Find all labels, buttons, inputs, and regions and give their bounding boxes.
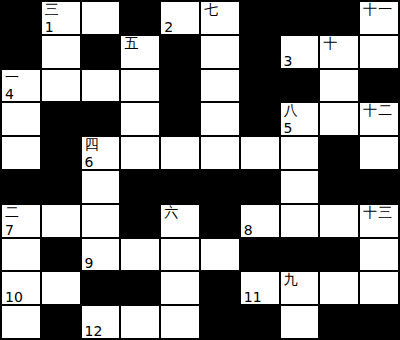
across-clue-number: 2 [164, 20, 173, 34]
cell-r4-c5[interactable] [201, 137, 239, 169]
cell-r8-c4[interactable] [161, 272, 199, 304]
cell-r0-c2[interactable] [82, 2, 120, 34]
block-cell-r0-c8 [320, 2, 358, 34]
down-clue-number: 二 [5, 205, 20, 220]
cell-r6-c1[interactable] [42, 205, 80, 237]
across-clue-number: 4 [5, 87, 14, 101]
block-cell-r5-c9 [360, 171, 398, 203]
cell-r1-c5[interactable] [201, 36, 239, 68]
cell-r8-c1[interactable] [42, 272, 80, 304]
block-cell-r8-c3 [121, 272, 159, 304]
block-cell-r3-c2 [82, 103, 120, 135]
block-cell-r9-c6 [241, 306, 279, 338]
cell-r3-c9[interactable]: 十二 [360, 103, 398, 135]
down-clue-number: 十三 [363, 205, 393, 220]
cell-r4-c2[interactable]: 四6 [82, 137, 120, 169]
cell-r7-c2[interactable]: 9 [82, 239, 120, 271]
block-cell-r5-c1 [42, 171, 80, 203]
cell-r9-c2[interactable]: 12 [82, 306, 120, 338]
across-clue-number: 5 [284, 121, 293, 135]
cell-r3-c0[interactable] [2, 103, 40, 135]
cell-r3-c5[interactable] [201, 103, 239, 135]
block-cell-r9-c1 [42, 306, 80, 338]
block-cell-r0-c0 [2, 2, 40, 34]
across-clue-number: 6 [85, 155, 94, 169]
cell-r8-c6[interactable]: 11 [241, 272, 279, 304]
block-cell-r0-c7 [281, 2, 319, 34]
across-clue-number: 12 [85, 324, 103, 338]
cell-r2-c2[interactable] [82, 70, 120, 102]
block-cell-r9-c9 [360, 306, 398, 338]
cell-r6-c9[interactable]: 十三 [360, 205, 398, 237]
across-clue-number: 1 [45, 20, 54, 34]
down-clue-number: 五 [124, 36, 139, 51]
block-cell-r9-c8 [320, 306, 358, 338]
block-cell-r2-c6 [241, 70, 279, 102]
block-cell-r2-c9 [360, 70, 398, 102]
down-clue-number: 四 [85, 137, 100, 152]
block-cell-r5-c8 [320, 171, 358, 203]
cell-r3-c7[interactable]: 八5 [281, 103, 319, 135]
cell-r1-c9[interactable] [360, 36, 398, 68]
cell-r2-c8[interactable] [320, 70, 358, 102]
cell-r6-c0[interactable]: 二7 [2, 205, 40, 237]
cell-r6-c8[interactable] [320, 205, 358, 237]
cell-r6-c2[interactable] [82, 205, 120, 237]
cell-r3-c3[interactable] [121, 103, 159, 135]
cell-r0-c5[interactable]: 七 [201, 2, 239, 34]
cell-r0-c9[interactable]: 十一 [360, 2, 398, 34]
cell-r2-c1[interactable] [42, 70, 80, 102]
block-cell-r4-c1 [42, 137, 80, 169]
cell-r4-c0[interactable] [2, 137, 40, 169]
cell-r8-c0[interactable]: 10 [2, 272, 40, 304]
crossword-board: 三12七十一五3十一4八5十二四6二7六8十三91011九12 [0, 0, 400, 340]
block-cell-r5-c5 [201, 171, 239, 203]
cell-r5-c2[interactable] [82, 171, 120, 203]
cell-r8-c8[interactable] [320, 272, 358, 304]
cell-r9-c3[interactable] [121, 306, 159, 338]
cell-r9-c4[interactable] [161, 306, 199, 338]
cell-r9-c0[interactable] [2, 306, 40, 338]
cell-r1-c8[interactable]: 十 [320, 36, 358, 68]
block-cell-r1-c0 [2, 36, 40, 68]
cell-r7-c3[interactable] [121, 239, 159, 271]
block-cell-r5-c3 [121, 171, 159, 203]
block-cell-r7-c7 [281, 239, 319, 271]
down-clue-number: 九 [284, 272, 299, 287]
down-clue-number: 六 [164, 205, 179, 220]
across-clue-number: 9 [85, 256, 94, 270]
cell-r7-c0[interactable] [2, 239, 40, 271]
cell-r8-c7[interactable]: 九 [281, 272, 319, 304]
cell-r2-c0[interactable]: 一4 [2, 70, 40, 102]
block-cell-r7-c1 [42, 239, 80, 271]
down-clue-number: 七 [204, 2, 219, 17]
block-cell-r2-c4 [161, 70, 199, 102]
cell-r7-c9[interactable] [360, 239, 398, 271]
block-cell-r1-c6 [241, 36, 279, 68]
cell-r4-c7[interactable] [281, 137, 319, 169]
cell-r1-c3[interactable]: 五 [121, 36, 159, 68]
block-cell-r1-c4 [161, 36, 199, 68]
across-clue-number: 8 [244, 223, 253, 237]
cell-r4-c4[interactable] [161, 137, 199, 169]
down-clue-number: 十 [323, 36, 338, 51]
block-cell-r4-c8 [320, 137, 358, 169]
down-clue-number: 八 [284, 103, 299, 118]
block-cell-r1-c2 [82, 36, 120, 68]
across-clue-number: 11 [244, 290, 262, 304]
across-clue-number: 3 [284, 54, 293, 68]
block-cell-r6-c3 [121, 205, 159, 237]
cell-r9-c7[interactable] [281, 306, 319, 338]
down-clue-number: 一 [5, 70, 20, 85]
block-cell-r3-c4 [161, 103, 199, 135]
block-cell-r6-c5 [201, 205, 239, 237]
cell-r1-c1[interactable] [42, 36, 80, 68]
block-cell-r8-c2 [82, 272, 120, 304]
cell-r7-c4[interactable] [161, 239, 199, 271]
cell-r4-c6[interactable] [241, 137, 279, 169]
down-clue-number: 十二 [363, 103, 393, 118]
cell-r6-c6[interactable]: 8 [241, 205, 279, 237]
block-cell-r7-c6 [241, 239, 279, 271]
block-cell-r8-c5 [201, 272, 239, 304]
cell-r1-c7[interactable]: 3 [281, 36, 319, 68]
across-clue-number: 10 [5, 290, 23, 304]
down-clue-number: 三 [45, 2, 60, 17]
block-cell-r7-c8 [320, 239, 358, 271]
block-cell-r0-c6 [241, 2, 279, 34]
cell-r4-c9[interactable] [360, 137, 398, 169]
cell-r6-c7[interactable] [281, 205, 319, 237]
cell-r5-c7[interactable] [281, 171, 319, 203]
cell-r2-c5[interactable] [201, 70, 239, 102]
cell-r4-c3[interactable] [121, 137, 159, 169]
cell-r0-c4[interactable]: 2 [161, 2, 199, 34]
cell-r6-c4[interactable]: 六 [161, 205, 199, 237]
cell-r2-c3[interactable] [121, 70, 159, 102]
cell-r8-c9[interactable] [360, 272, 398, 304]
block-cell-r2-c7 [281, 70, 319, 102]
block-cell-r9-c5 [201, 306, 239, 338]
down-clue-number: 十一 [363, 2, 393, 17]
cell-r7-c5[interactable] [201, 239, 239, 271]
cell-r3-c8[interactable] [320, 103, 358, 135]
cell-r0-c1[interactable]: 三1 [42, 2, 80, 34]
block-cell-r3-c1 [42, 103, 80, 135]
block-cell-r0-c3 [121, 2, 159, 34]
block-cell-r5-c6 [241, 171, 279, 203]
block-cell-r3-c6 [241, 103, 279, 135]
across-clue-number: 7 [5, 223, 14, 237]
block-cell-r5-c0 [2, 171, 40, 203]
block-cell-r5-c4 [161, 171, 199, 203]
